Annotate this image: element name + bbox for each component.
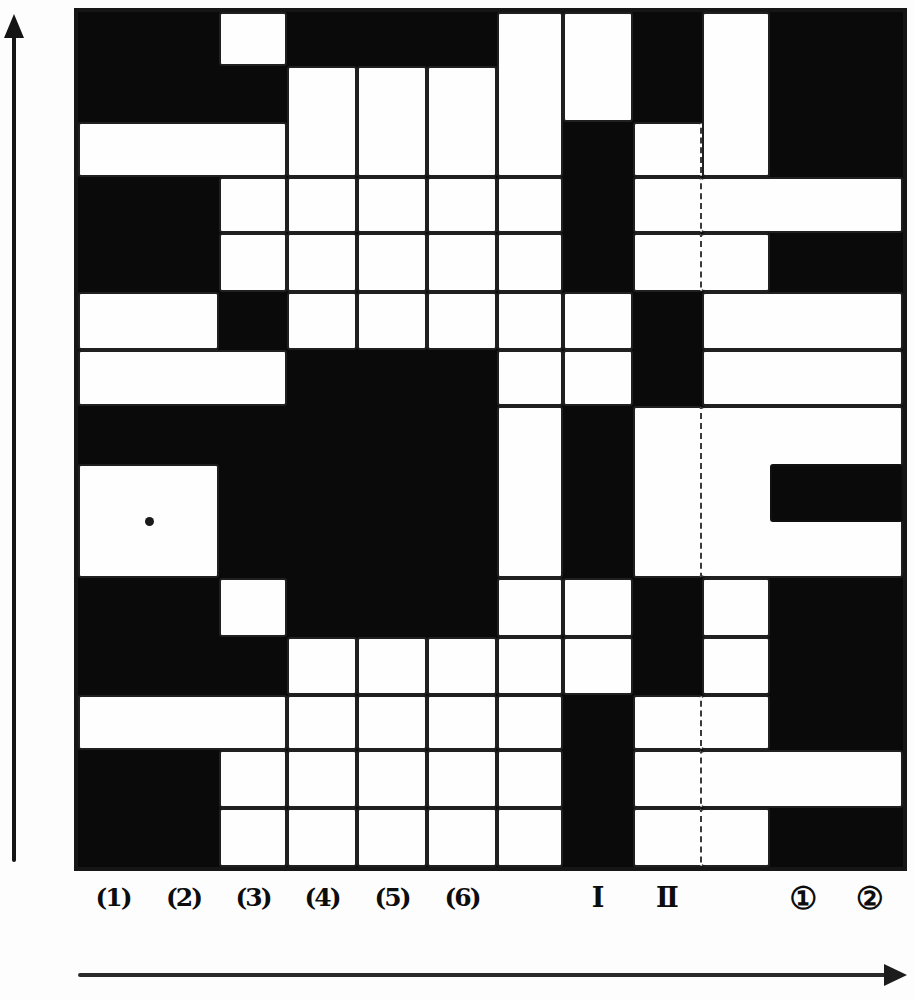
white-cell-r4c10 — [702, 177, 903, 233]
white-cell-r13c10 — [702, 695, 770, 750]
white-cell-r4c5 — [357, 177, 427, 233]
white-cell-r3c1 — [78, 122, 287, 177]
white-cell-r12c4 — [287, 637, 357, 695]
white-cell-r15c9 — [633, 808, 702, 867]
white-cell-r4c9 — [633, 177, 702, 233]
white-cell-r6c4 — [287, 292, 357, 350]
white-cell-r3c9 — [633, 122, 702, 177]
white-cell-r14c4 — [287, 750, 357, 808]
white-cell-r14c5 — [357, 750, 427, 808]
white-cell-r11c8 — [563, 578, 633, 637]
column-label-8: I — [592, 882, 605, 914]
white-cell-r6c10 — [702, 292, 903, 350]
white-cell-r1c3 — [219, 12, 287, 66]
white-cell-r13c9 — [633, 695, 702, 750]
white-cell-r12c8 — [563, 637, 633, 695]
white-cell-r5c6 — [427, 233, 497, 292]
y-axis-arrowhead-icon — [4, 14, 24, 38]
white-cell-r13c6 — [427, 695, 497, 750]
white-cell-r15c4 — [287, 808, 357, 867]
white-cell-r1c8 — [563, 12, 633, 122]
white-cell-r15c7 — [497, 808, 563, 867]
white-cell-r14c3 — [219, 750, 287, 808]
white-cell-r13c7 — [497, 695, 563, 750]
white-cell-r2c6 — [427, 66, 497, 177]
pixel-grid-board — [74, 8, 907, 871]
white-cell-r2c5 — [357, 66, 427, 177]
white-cell-r12c5 — [357, 637, 427, 695]
white-cell-r5c7 — [497, 233, 563, 292]
white-cell-r15c10 — [702, 808, 770, 867]
white-cell-r9c1 — [78, 464, 219, 578]
white-cell-r5c5 — [357, 233, 427, 292]
white-cell-r12c10 — [702, 637, 770, 695]
white-cell-r4c3 — [219, 177, 287, 233]
column-label-1: (1) — [95, 882, 130, 914]
white-cell-r13c1 — [78, 695, 287, 750]
white-cell-r6c1 — [78, 292, 219, 350]
white-cell-r4c7 — [497, 177, 563, 233]
white-cell-r6c5 — [357, 292, 427, 350]
white-cell-r7c8 — [563, 350, 633, 406]
white-cell-r13c5 — [357, 695, 427, 750]
white-cell-r8c9 — [633, 406, 702, 578]
white-cell-r6c7 — [497, 292, 563, 350]
column-label-2: (2) — [166, 882, 201, 914]
grid-remnant-dot — [145, 517, 154, 526]
figure-canvas: (1)(2)(3)(4)(5)(6)IⅡ①② — [0, 0, 914, 1000]
x-axis-arrowhead-icon — [884, 964, 907, 986]
column-label-4: (4) — [304, 882, 339, 914]
white-cell-r7c1 — [78, 350, 287, 406]
white-cell-r1c10 — [702, 12, 770, 177]
column-label-3: (3) — [235, 882, 270, 914]
white-cell-r6c8 — [563, 292, 633, 350]
white-cell-r8c7 — [497, 406, 563, 578]
white-cell-r4c6 — [427, 177, 497, 233]
white-cell-r4c4 — [287, 177, 357, 233]
white-cell-r15c6 — [427, 808, 497, 867]
white-cell-r12c6 — [427, 637, 497, 695]
white-cell-r6c6 — [427, 292, 497, 350]
white-cell-r2c4 — [287, 66, 357, 177]
white-cell-r12c7 — [497, 637, 563, 695]
white-cell-r5c9 — [633, 233, 702, 292]
column-label-5: (5) — [374, 882, 409, 914]
white-cell-r15c5 — [357, 808, 427, 867]
white-cell-r11c7 — [497, 578, 563, 637]
white-cell-r11c10 — [702, 578, 770, 637]
column-label-11: ① — [790, 882, 818, 914]
white-cell-r14c10 — [702, 750, 903, 808]
white-cell-r7c7 — [497, 350, 563, 406]
white-cell-r13c4 — [287, 695, 357, 750]
white-cell-r7c10 — [702, 350, 903, 406]
white-cell-r1c7 — [497, 12, 563, 177]
column-label-6: (6) — [444, 882, 479, 914]
white-cell-r5c10 — [702, 233, 770, 292]
white-cell-r14c9 — [633, 750, 702, 808]
y-axis-arrow-line — [12, 32, 16, 862]
x-axis-arrow-line — [78, 973, 886, 977]
column-label-9: Ⅱ — [656, 882, 679, 914]
white-cell-r5c3 — [219, 233, 287, 292]
white-cell-r14c7 — [497, 750, 563, 808]
white-cell-r14c6 — [427, 750, 497, 808]
white-cell-r15c3 — [219, 808, 287, 867]
column-label-12: ② — [856, 882, 884, 914]
white-cell-r11c3 — [219, 578, 287, 637]
black-cell-r9c11 — [770, 464, 903, 522]
white-cell-r5c4 — [287, 233, 357, 292]
